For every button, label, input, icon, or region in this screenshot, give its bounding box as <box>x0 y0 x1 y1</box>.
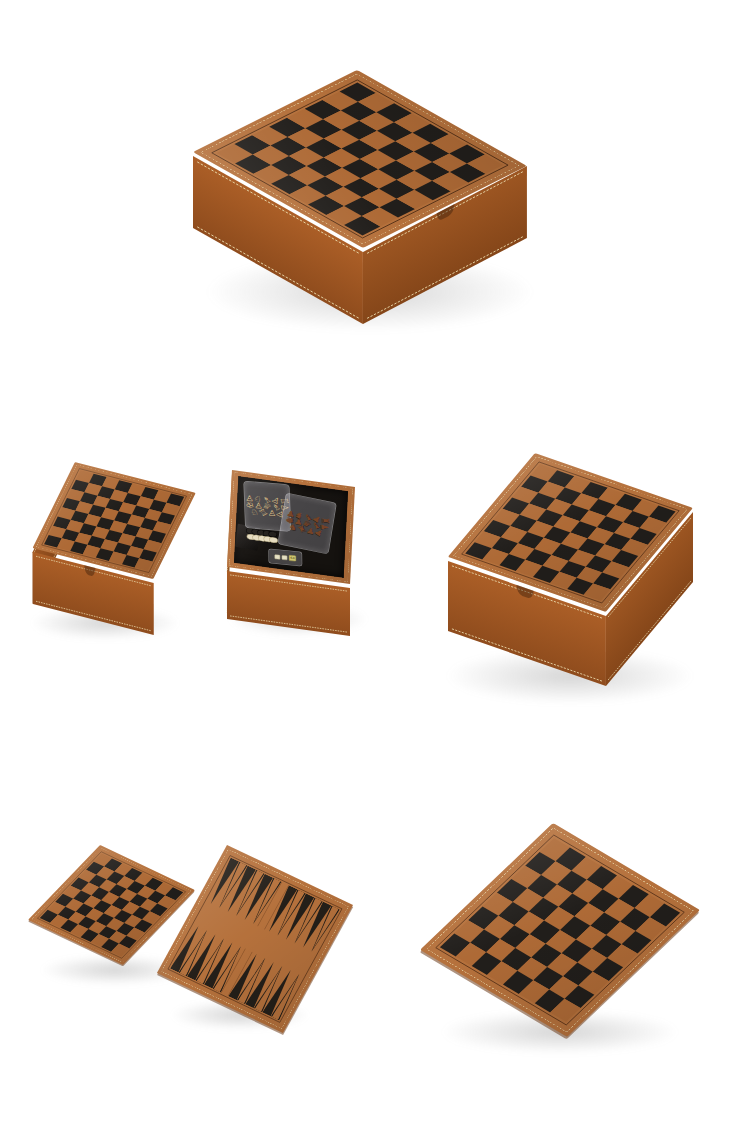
photo-bottom-right-chessboard-mat <box>0 0 750 1125</box>
product-collage: ♙♘♗♙♖♔♙♕♗♙♘♖♙♙ ♟♞♝♟♜♚♟♛♝♟♞♜♟♟ 64 <box>0 0 750 1125</box>
chessboard-grid <box>440 838 680 1022</box>
chessboard-mat <box>420 823 700 1037</box>
